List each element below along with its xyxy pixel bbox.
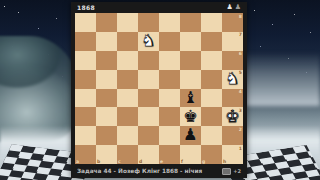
square-e2[interactable] <box>159 126 180 145</box>
square-c8[interactable] <box>117 13 138 32</box>
square-h7[interactable]: 7 <box>222 32 243 51</box>
square-b5[interactable] <box>96 70 117 89</box>
square-e8[interactable] <box>159 13 180 32</box>
file-label-c: c <box>118 159 121 164</box>
rank-label-6: 6 <box>239 51 242 56</box>
file-label-e: e <box>160 159 163 164</box>
square-d4[interactable] <box>138 89 159 108</box>
chess-board: 8♞765♞♝4♚3♚♟2abcdefgh1 <box>75 13 243 164</box>
square-e5[interactable] <box>159 70 180 89</box>
square-f6[interactable] <box>180 51 201 70</box>
chess-app-panel: 1868 ♟ ♟ 8♞765♞♝4♚3♚♟2abcdefgh1 Задача 4… <box>71 2 247 178</box>
square-d7[interactable]: ♞ <box>138 32 159 51</box>
rank-label-1: 1 <box>239 146 242 151</box>
square-c5[interactable] <box>117 70 138 89</box>
square-e3[interactable] <box>159 107 180 126</box>
rank-label-5: 5 <box>239 70 242 75</box>
square-f7[interactable] <box>180 32 201 51</box>
square-c7[interactable] <box>117 32 138 51</box>
rank-label-7: 7 <box>239 32 242 37</box>
square-h6[interactable]: 6 <box>222 51 243 70</box>
square-e6[interactable] <box>159 51 180 70</box>
file-label-f: f <box>181 159 183 164</box>
square-b6[interactable] <box>96 51 117 70</box>
square-e7[interactable] <box>159 32 180 51</box>
black-pawn-icon[interactable]: ♟ <box>235 4 241 11</box>
square-d1[interactable]: d <box>138 145 159 164</box>
stars <box>4 6 5 7</box>
square-b4[interactable] <box>96 89 117 108</box>
square-g6[interactable] <box>201 51 222 70</box>
square-b7[interactable] <box>96 32 117 51</box>
top-bar: 1868 ♟ ♟ <box>71 2 247 13</box>
photos-icon <box>222 168 231 175</box>
square-h2[interactable]: 2 <box>222 126 243 145</box>
square-f1[interactable]: f <box>180 145 201 164</box>
square-g8[interactable] <box>201 13 222 32</box>
square-g7[interactable] <box>201 32 222 51</box>
badge-count: +2 <box>233 168 241 174</box>
square-d8[interactable] <box>138 13 159 32</box>
white-knight-d7[interactable]: ♞ <box>138 32 159 51</box>
caption-bar: Задача 44 - Йозеф Клінг 1868 - нічия +2 <box>71 164 247 178</box>
square-h3[interactable]: 3♚ <box>222 107 243 126</box>
cloud-bank <box>244 54 320 106</box>
square-b8[interactable] <box>96 13 117 32</box>
square-f5[interactable] <box>180 70 201 89</box>
square-a3[interactable] <box>75 107 96 126</box>
square-c1[interactable]: c <box>117 145 138 164</box>
black-king-f3[interactable]: ♚ <box>180 107 201 126</box>
square-b1[interactable]: b <box>96 145 117 164</box>
square-d2[interactable] <box>138 126 159 145</box>
square-g3[interactable] <box>201 107 222 126</box>
square-g4[interactable] <box>201 89 222 108</box>
file-label-h: h <box>223 159 226 164</box>
square-e1[interactable]: e <box>159 145 180 164</box>
square-g2[interactable] <box>201 126 222 145</box>
square-a2[interactable] <box>75 126 96 145</box>
square-f4[interactable]: ♝ <box>180 89 201 108</box>
square-c4[interactable] <box>117 89 138 108</box>
square-g5[interactable] <box>201 70 222 89</box>
square-f3[interactable]: ♚ <box>180 107 201 126</box>
square-h8[interactable]: 8 <box>222 13 243 32</box>
square-d3[interactable] <box>138 107 159 126</box>
rank-label-4: 4 <box>239 89 242 94</box>
square-g1[interactable]: g <box>201 145 222 164</box>
file-label-g: g <box>202 159 205 164</box>
square-c3[interactable] <box>117 107 138 126</box>
year-title: 1868 <box>77 4 95 11</box>
square-a7[interactable] <box>75 32 96 51</box>
square-a8[interactable] <box>75 13 96 32</box>
square-b3[interactable] <box>96 107 117 126</box>
file-label-b: b <box>97 159 100 164</box>
file-label-d: d <box>139 159 142 164</box>
counter-badge[interactable]: +2 <box>222 168 241 175</box>
square-e4[interactable] <box>159 89 180 108</box>
square-a5[interactable] <box>75 70 96 89</box>
square-d6[interactable] <box>138 51 159 70</box>
square-a6[interactable] <box>75 51 96 70</box>
square-c6[interactable] <box>117 51 138 70</box>
square-f2[interactable]: ♟ <box>180 126 201 145</box>
file-label-a: a <box>76 159 79 164</box>
black-bishop-f4[interactable]: ♝ <box>180 89 201 108</box>
square-h1[interactable]: h1 <box>222 145 243 164</box>
square-c2[interactable] <box>117 126 138 145</box>
black-pawn-f2[interactable]: ♟ <box>180 126 201 145</box>
square-d5[interactable] <box>138 70 159 89</box>
rank-label-8: 8 <box>239 14 242 19</box>
square-h4[interactable]: 4 <box>222 89 243 108</box>
problem-caption: Задача 44 - Йозеф Клінг 1868 - нічия <box>77 168 218 174</box>
rank-label-3: 3 <box>239 108 242 113</box>
rank-label-2: 2 <box>239 127 242 132</box>
square-a1[interactable]: a <box>75 145 96 164</box>
square-h5[interactable]: 5♞ <box>222 70 243 89</box>
square-b2[interactable] <box>96 126 117 145</box>
square-a4[interactable] <box>75 89 96 108</box>
square-f8[interactable] <box>180 13 201 32</box>
white-pawn-icon[interactable]: ♟ <box>226 4 232 11</box>
